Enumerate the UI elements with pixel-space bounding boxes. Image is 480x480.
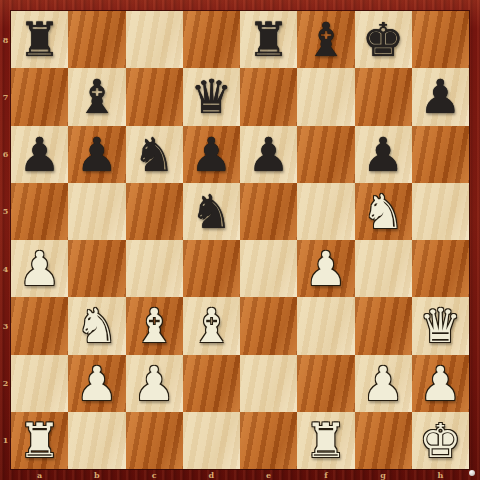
square-f2[interactable] xyxy=(297,355,354,412)
square-f4[interactable]: ♟ xyxy=(297,240,354,297)
rank-label-1: 1 xyxy=(0,412,11,469)
piece-white-rook[interactable]: ♜ xyxy=(19,417,61,464)
piece-black-rook[interactable]: ♜ xyxy=(248,16,290,63)
piece-black-knight[interactable]: ♞ xyxy=(133,131,175,178)
square-h4[interactable] xyxy=(412,240,469,297)
square-f1[interactable]: ♜ xyxy=(297,412,354,469)
square-e3[interactable] xyxy=(240,297,297,354)
square-c7[interactable] xyxy=(126,68,183,125)
square-e6[interactable]: ♟ xyxy=(240,126,297,183)
square-d3[interactable]: ♝ xyxy=(183,297,240,354)
square-a6[interactable]: ♟ xyxy=(11,126,68,183)
piece-white-pawn[interactable]: ♟ xyxy=(362,360,404,407)
square-f7[interactable] xyxy=(297,68,354,125)
square-c4[interactable] xyxy=(126,240,183,297)
square-d5[interactable]: ♞ xyxy=(183,183,240,240)
piece-black-king[interactable]: ♚ xyxy=(362,16,404,63)
square-b8[interactable] xyxy=(68,11,125,68)
rank-label-6: 6 xyxy=(0,126,11,183)
rank-label-8: 8 xyxy=(0,11,11,68)
square-e8[interactable]: ♜ xyxy=(240,11,297,68)
piece-black-pawn[interactable]: ♟ xyxy=(19,131,61,178)
square-a1[interactable]: ♜ xyxy=(11,412,68,469)
square-g8[interactable]: ♚ xyxy=(355,11,412,68)
piece-black-bishop[interactable]: ♝ xyxy=(76,73,118,120)
file-label-c: c xyxy=(126,469,183,480)
square-a4[interactable]: ♟ xyxy=(11,240,68,297)
file-label-f: f xyxy=(297,469,354,480)
square-c2[interactable]: ♟ xyxy=(126,355,183,412)
rank-label-7: 7 xyxy=(0,68,11,125)
piece-black-pawn[interactable]: ♟ xyxy=(248,131,290,178)
square-a2[interactable] xyxy=(11,355,68,412)
square-d8[interactable] xyxy=(183,11,240,68)
file-label-b: b xyxy=(68,469,125,480)
square-d7[interactable]: ♛ xyxy=(183,68,240,125)
square-e4[interactable] xyxy=(240,240,297,297)
square-d4[interactable] xyxy=(183,240,240,297)
piece-white-pawn[interactable]: ♟ xyxy=(76,360,118,407)
square-g1[interactable] xyxy=(355,412,412,469)
square-h3[interactable]: ♛ xyxy=(412,297,469,354)
square-a3[interactable] xyxy=(11,297,68,354)
file-label-e: e xyxy=(240,469,297,480)
piece-black-pawn[interactable]: ♟ xyxy=(190,131,232,178)
file-label-h: h xyxy=(412,469,469,480)
square-g2[interactable]: ♟ xyxy=(355,355,412,412)
rank-label-3: 3 xyxy=(0,297,11,354)
square-g4[interactable] xyxy=(355,240,412,297)
piece-white-pawn[interactable]: ♟ xyxy=(133,360,175,407)
rank-labels: 87654321 xyxy=(0,11,11,469)
square-h2[interactable]: ♟ xyxy=(412,355,469,412)
piece-white-bishop[interactable]: ♝ xyxy=(190,302,232,349)
piece-black-pawn[interactable]: ♟ xyxy=(419,73,461,120)
square-e7[interactable] xyxy=(240,68,297,125)
square-c6[interactable]: ♞ xyxy=(126,126,183,183)
square-d1[interactable] xyxy=(183,412,240,469)
square-a5[interactable] xyxy=(11,183,68,240)
file-labels: abcdefgh xyxy=(11,469,469,480)
piece-white-bishop[interactable]: ♝ xyxy=(133,302,175,349)
piece-white-king[interactable]: ♚ xyxy=(419,417,461,464)
square-b2[interactable]: ♟ xyxy=(68,355,125,412)
square-g5[interactable]: ♞ xyxy=(355,183,412,240)
square-h7[interactable]: ♟ xyxy=(412,68,469,125)
square-d6[interactable]: ♟ xyxy=(183,126,240,183)
square-g3[interactable] xyxy=(355,297,412,354)
square-h6[interactable] xyxy=(412,126,469,183)
square-g7[interactable] xyxy=(355,68,412,125)
square-b7[interactable]: ♝ xyxy=(68,68,125,125)
piece-black-pawn[interactable]: ♟ xyxy=(76,131,118,178)
square-f5[interactable] xyxy=(297,183,354,240)
piece-white-knight[interactable]: ♞ xyxy=(76,302,118,349)
file-label-g: g xyxy=(355,469,412,480)
square-h5[interactable] xyxy=(412,183,469,240)
file-label-a: a xyxy=(11,469,68,480)
piece-white-pawn[interactable]: ♟ xyxy=(19,245,61,292)
square-b4[interactable] xyxy=(68,240,125,297)
square-b5[interactable] xyxy=(68,183,125,240)
square-e1[interactable] xyxy=(240,412,297,469)
square-b6[interactable]: ♟ xyxy=(68,126,125,183)
piece-white-rook[interactable]: ♜ xyxy=(305,417,347,464)
rank-label-5: 5 xyxy=(0,183,11,240)
square-a8[interactable]: ♜ xyxy=(11,11,68,68)
piece-white-pawn[interactable]: ♟ xyxy=(305,245,347,292)
square-h1[interactable]: ♚ xyxy=(412,412,469,469)
rank-label-4: 4 xyxy=(0,240,11,297)
square-c1[interactable] xyxy=(126,412,183,469)
piece-white-knight[interactable]: ♞ xyxy=(362,188,404,235)
piece-black-bishop[interactable]: ♝ xyxy=(305,16,347,63)
piece-white-pawn[interactable]: ♟ xyxy=(419,360,461,407)
square-e5[interactable] xyxy=(240,183,297,240)
corner-dot xyxy=(469,470,475,476)
piece-black-queen[interactable]: ♛ xyxy=(190,73,232,120)
square-b3[interactable]: ♞ xyxy=(68,297,125,354)
square-b1[interactable] xyxy=(68,412,125,469)
piece-black-knight[interactable]: ♞ xyxy=(190,188,232,235)
piece-black-pawn[interactable]: ♟ xyxy=(362,131,404,178)
rank-label-2: 2 xyxy=(0,355,11,412)
square-d2[interactable] xyxy=(183,355,240,412)
square-c3[interactable]: ♝ xyxy=(126,297,183,354)
square-f6[interactable] xyxy=(297,126,354,183)
square-c8[interactable] xyxy=(126,11,183,68)
square-h8[interactable] xyxy=(412,11,469,68)
square-e2[interactable] xyxy=(240,355,297,412)
chess-board-frame: 87654321 abcdefgh ♜♜♝♚♝♛♟♟♟♞♟♟♟♞♞♟♟♞♝♝♛♟… xyxy=(0,0,480,480)
square-c5[interactable] xyxy=(126,183,183,240)
square-f8[interactable]: ♝ xyxy=(297,11,354,68)
board: ♜♜♝♚♝♛♟♟♟♞♟♟♟♞♞♟♟♞♝♝♛♟♟♟♟♜♜♚ xyxy=(11,11,469,469)
file-label-d: d xyxy=(183,469,240,480)
piece-white-queen[interactable]: ♛ xyxy=(419,302,461,349)
piece-black-rook[interactable]: ♜ xyxy=(19,16,61,63)
square-a7[interactable] xyxy=(11,68,68,125)
square-g6[interactable]: ♟ xyxy=(355,126,412,183)
square-f3[interactable] xyxy=(297,297,354,354)
